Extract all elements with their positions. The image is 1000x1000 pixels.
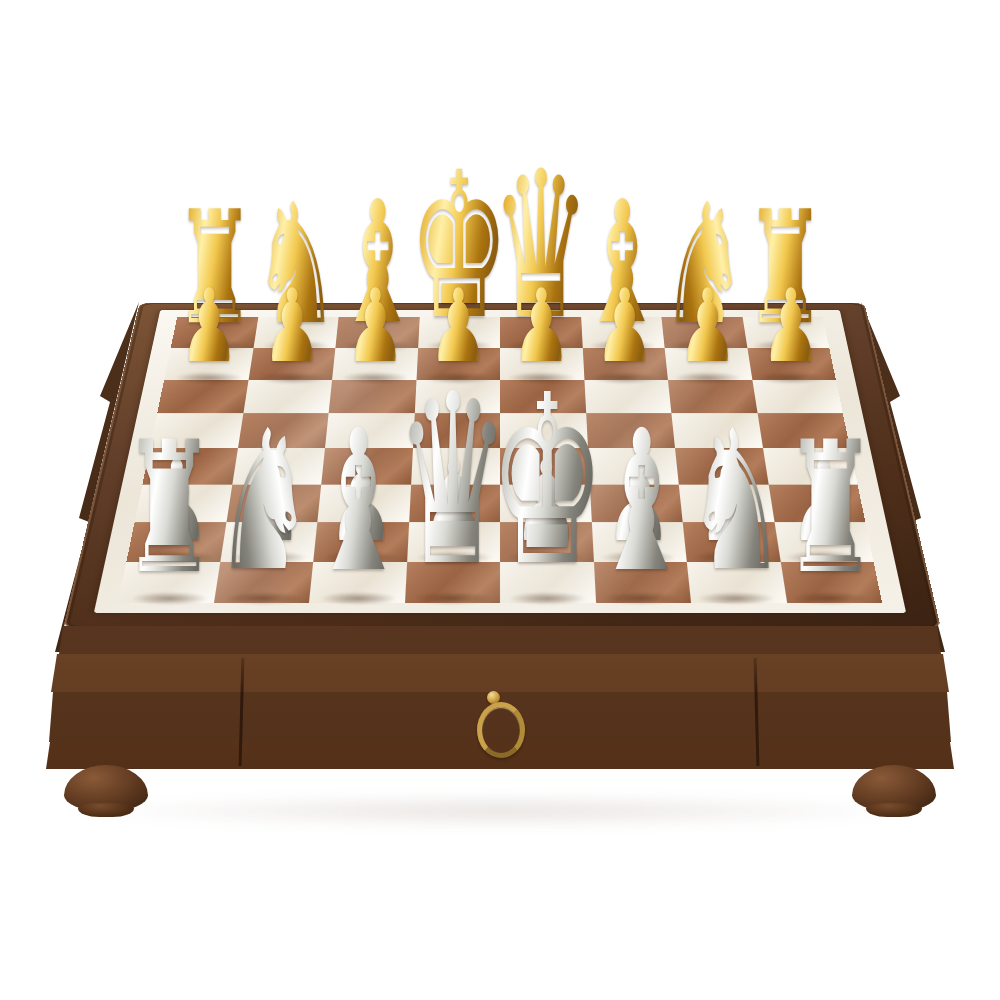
pieces-layer: ♜♜♞♞♝♝♚♚♛♛♝♝♞♞♜♜♟♟♟♟♟♟♟♟♟♟♟♟♟♟♟♟♟♟♟♟♟♟♟♟… bbox=[0, 0, 1000, 1000]
bun-foot-right bbox=[852, 765, 936, 811]
piece-gold-pawn-a7[interactable]: ♟ bbox=[179, 278, 239, 379]
drawer-ring-pull[interactable] bbox=[477, 702, 525, 758]
piece-silver-knight-b1[interactable]: ♞ bbox=[213, 407, 315, 600]
piece-gold-pawn-b7[interactable]: ♟ bbox=[262, 278, 322, 379]
piece-gold-pawn-g7[interactable]: ♟ bbox=[678, 278, 738, 379]
piece-silver-rook-h1[interactable]: ♜ bbox=[783, 418, 879, 599]
bun-foot-left bbox=[64, 765, 148, 811]
piece-silver-bishop-f1[interactable]: ♝ bbox=[592, 405, 692, 600]
ground-shadow bbox=[80, 794, 920, 828]
piece-silver-bishop-c1[interactable]: ♝ bbox=[308, 405, 408, 600]
piece-silver-king-e1[interactable]: ♚ bbox=[489, 366, 605, 600]
chess-set-photo: ♜♜♞♞♝♝♚♚♛♛♝♝♞♞♜♜♟♟♟♟♟♟♟♟♟♟♟♟♟♟♟♟♟♟♟♟♟♟♟♟… bbox=[0, 0, 1000, 1000]
piece-silver-rook-a1[interactable]: ♜ bbox=[122, 418, 218, 599]
piece-silver-knight-g1[interactable]: ♞ bbox=[685, 407, 787, 600]
piece-gold-pawn-h7[interactable]: ♟ bbox=[761, 278, 821, 379]
